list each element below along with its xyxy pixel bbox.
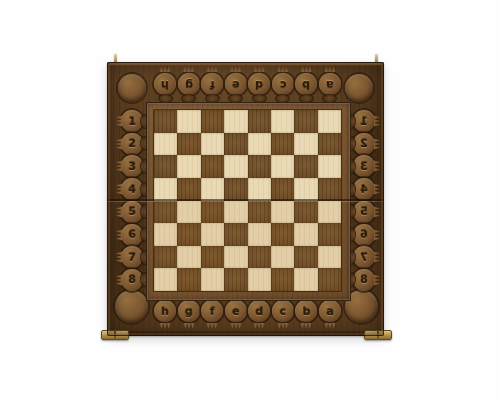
square-c3 <box>271 155 294 178</box>
coordinate-glyph: 2 <box>360 138 368 149</box>
square-e4 <box>224 178 247 201</box>
coordinate-glyph: 5 <box>360 206 368 217</box>
rank-label-right-4: 4 <box>353 178 375 200</box>
square-c7 <box>271 246 294 269</box>
coordinate-glyph: c <box>280 306 287 317</box>
file-label-bottom-d: d <box>248 300 270 322</box>
square-d7 <box>248 246 271 269</box>
rank-label-left-4: 4 <box>121 178 143 200</box>
chess-board: hgfedcba hgfedcba 12345678 12345678 <box>107 62 384 336</box>
square-e5 <box>224 201 247 224</box>
square-h1 <box>154 110 177 133</box>
square-f3 <box>201 155 224 178</box>
file-label-bottom-c: c <box>272 300 294 322</box>
square-f8 <box>201 268 224 291</box>
square-a6 <box>318 223 341 246</box>
coordinate-glyph: e <box>232 79 239 90</box>
coordinate-glyph: f <box>210 79 215 90</box>
square-f1 <box>201 110 224 133</box>
square-f5 <box>201 201 224 224</box>
square-b4 <box>294 178 317 201</box>
rank-label-right-1: 1 <box>353 110 375 132</box>
file-label-top-c: c <box>272 73 294 95</box>
square-a3 <box>318 155 341 178</box>
square-a7 <box>318 246 341 269</box>
coordinate-glyph: b <box>302 79 310 90</box>
square-d5 <box>248 201 271 224</box>
rank-label-left-6: 6 <box>121 224 143 246</box>
coordinate-glyph: 8 <box>360 274 368 285</box>
coordinate-glyph: 3 <box>128 161 136 172</box>
square-a8 <box>318 268 341 291</box>
square-c8 <box>271 268 294 291</box>
square-e8 <box>224 268 247 291</box>
coordinate-glyph: d <box>255 306 263 317</box>
file-label-bottom-e: e <box>225 300 247 322</box>
rank-label-right-6: 6 <box>353 224 375 246</box>
rank-label-left-8: 8 <box>121 269 143 291</box>
coordinate-glyph: c <box>280 79 287 90</box>
square-c4 <box>271 178 294 201</box>
square-f4 <box>201 178 224 201</box>
file-label-top-b: b <box>295 73 317 95</box>
square-h8 <box>154 268 177 291</box>
coordinate-glyph: 3 <box>360 161 368 172</box>
square-b6 <box>294 223 317 246</box>
rank-label-left-3: 3 <box>121 155 143 177</box>
file-label-top-h: h <box>154 73 176 95</box>
hinge-right <box>364 330 392 340</box>
coordinate-glyph: 6 <box>128 229 136 240</box>
coordinate-glyph: g <box>185 79 193 90</box>
square-f7 <box>201 246 224 269</box>
coordinate-glyph: 4 <box>360 184 368 195</box>
file-label-bottom-a: a <box>319 300 341 322</box>
coordinate-glyph: 1 <box>128 116 136 127</box>
rank-label-right-2: 2 <box>353 133 375 155</box>
coordinate-glyph: a <box>326 79 333 90</box>
file-label-bottom-h: h <box>154 300 176 322</box>
hinge-left <box>101 330 129 340</box>
square-b8 <box>294 268 317 291</box>
square-a1 <box>318 110 341 133</box>
square-h2 <box>154 133 177 156</box>
latch-pin-left <box>114 54 117 63</box>
square-a4 <box>318 178 341 201</box>
square-c1 <box>271 110 294 133</box>
square-b5 <box>294 201 317 224</box>
square-g6 <box>177 223 200 246</box>
file-label-top-g: g <box>178 73 200 95</box>
latch-pin-right <box>375 54 378 63</box>
square-d4 <box>248 178 271 201</box>
square-g3 <box>177 155 200 178</box>
square-h7 <box>154 246 177 269</box>
file-label-top-e: e <box>225 73 247 95</box>
coordinate-glyph: 7 <box>128 252 136 263</box>
rank-label-right-5: 5 <box>353 201 375 223</box>
coordinate-glyph: b <box>302 306 310 317</box>
coordinate-glyph: 1 <box>360 116 368 127</box>
file-label-bottom-g: g <box>178 300 200 322</box>
coordinate-glyph: f <box>210 306 215 317</box>
rank-label-right-7: 7 <box>353 246 375 268</box>
square-g8 <box>177 268 200 291</box>
square-a2 <box>318 133 341 156</box>
coordinate-glyph: g <box>185 306 193 317</box>
square-h5 <box>154 201 177 224</box>
rank-label-left-2: 2 <box>121 133 143 155</box>
square-d1 <box>248 110 271 133</box>
coordinate-glyph: h <box>161 306 169 317</box>
file-label-top-a: a <box>319 73 341 95</box>
square-g7 <box>177 246 200 269</box>
coordinate-glyph: 5 <box>128 206 136 217</box>
rank-label-right-3: 3 <box>353 155 375 177</box>
square-h3 <box>154 155 177 178</box>
square-c6 <box>271 223 294 246</box>
rank-label-left-1: 1 <box>121 110 143 132</box>
file-label-top-d: d <box>248 73 270 95</box>
square-e7 <box>224 246 247 269</box>
square-c2 <box>271 133 294 156</box>
coordinate-glyph: 4 <box>128 184 136 195</box>
corner-circle-top-left <box>118 74 146 102</box>
playing-area <box>154 110 341 291</box>
file-labels-bottom: hgfedcba <box>154 300 341 322</box>
rank-label-right-8: 8 <box>353 269 375 291</box>
file-label-bottom-b: b <box>295 300 317 322</box>
square-d8 <box>248 268 271 291</box>
square-g4 <box>177 178 200 201</box>
board-top-edge <box>108 63 383 66</box>
corner-circle-bottom-left <box>115 290 148 323</box>
square-d2 <box>248 133 271 156</box>
file-label-top-f: f <box>201 73 223 95</box>
square-b3 <box>294 155 317 178</box>
rank-label-left-5: 5 <box>121 201 143 223</box>
rank-labels-left: 12345678 <box>121 110 143 291</box>
product-photo: hgfedcba hgfedcba 12345678 12345678 <box>0 0 500 400</box>
coordinate-glyph: 7 <box>360 252 368 263</box>
square-c5 <box>271 201 294 224</box>
rank-label-left-7: 7 <box>121 246 143 268</box>
square-a5 <box>318 201 341 224</box>
coordinate-glyph: h <box>161 79 169 90</box>
square-h6 <box>154 223 177 246</box>
square-h4 <box>154 178 177 201</box>
coordinate-glyph: 6 <box>360 229 368 240</box>
square-g1 <box>177 110 200 133</box>
coordinate-glyph: d <box>255 79 263 90</box>
square-b7 <box>294 246 317 269</box>
square-f6 <box>201 223 224 246</box>
rank-labels-right: 12345678 <box>353 110 375 291</box>
square-e1 <box>224 110 247 133</box>
square-e2 <box>224 133 247 156</box>
file-labels-top: hgfedcba <box>154 73 341 95</box>
square-b1 <box>294 110 317 133</box>
file-label-bottom-f: f <box>201 300 223 322</box>
square-g2 <box>177 133 200 156</box>
square-f2 <box>201 133 224 156</box>
coordinate-glyph: a <box>326 306 333 317</box>
coordinate-glyph: 8 <box>128 274 136 285</box>
square-g5 <box>177 201 200 224</box>
square-b2 <box>294 133 317 156</box>
square-d3 <box>248 155 271 178</box>
board-bottom-edge <box>108 331 383 336</box>
square-e3 <box>224 155 247 178</box>
square-e6 <box>224 223 247 246</box>
corner-circle-top-right <box>345 74 373 102</box>
coordinate-glyph: 2 <box>128 138 136 149</box>
coordinate-glyph: e <box>232 306 239 317</box>
square-d6 <box>248 223 271 246</box>
